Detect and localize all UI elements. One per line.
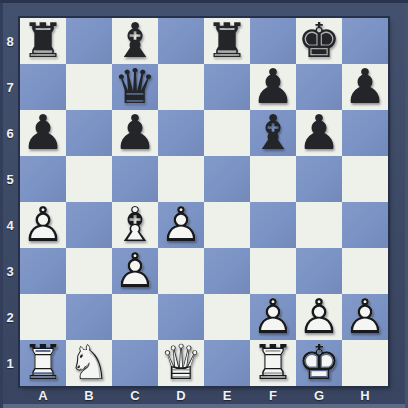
black-piece-body: ♟ — [296, 109, 342, 155]
square-h1[interactable] — [342, 340, 388, 386]
square-e1[interactable] — [204, 340, 250, 386]
piece-white-knight-b1[interactable]: ♞♘ — [66, 340, 112, 386]
square-b3[interactable] — [66, 248, 112, 294]
square-b5[interactable] — [66, 156, 112, 202]
black-piece-body: ♟ — [20, 109, 66, 155]
white-piece-outline: ♖ — [20, 339, 66, 385]
chess-board[interactable]: ♜♝♜♚♛♟♟♟♟♝♟♟♙♝♗♟♙♟♙♟♙♟♙♟♙♜♖♞♘♛♕♜♖♚♔ — [20, 18, 388, 386]
square-b7[interactable] — [66, 64, 112, 110]
piece-black-bishop-f6[interactable]: ♝ — [250, 110, 296, 156]
square-e7[interactable] — [204, 64, 250, 110]
file-labels: ABCDEFGH — [20, 386, 388, 405]
black-piece-body: ♛ — [112, 63, 158, 109]
black-piece-body: ♜ — [20, 17, 66, 63]
square-e8[interactable]: ♜ — [204, 18, 250, 64]
square-c2[interactable] — [112, 294, 158, 340]
square-h4[interactable] — [342, 202, 388, 248]
square-e2[interactable] — [204, 294, 250, 340]
rank-label-7: 7 — [0, 64, 20, 110]
piece-white-pawn-h2[interactable]: ♟♙ — [342, 294, 388, 340]
square-f5[interactable] — [250, 156, 296, 202]
square-e4[interactable] — [204, 202, 250, 248]
white-piece-outline: ♙ — [112, 247, 158, 293]
square-g4[interactable] — [296, 202, 342, 248]
rank-label-1: 1 — [0, 340, 20, 386]
square-f4[interactable] — [250, 202, 296, 248]
piece-black-pawn-a6[interactable]: ♟ — [20, 110, 66, 156]
white-piece-outline: ♙ — [158, 201, 204, 247]
file-label-f: F — [250, 386, 296, 405]
white-piece-outline: ♘ — [66, 339, 112, 385]
square-g8[interactable]: ♚ — [296, 18, 342, 64]
file-label-c: C — [112, 386, 158, 405]
white-piece-outline: ♖ — [250, 339, 296, 385]
square-h6[interactable] — [342, 110, 388, 156]
rank-label-4: 4 — [0, 202, 20, 248]
file-label-e: E — [204, 386, 250, 405]
piece-white-king-g1[interactable]: ♚♔ — [296, 340, 342, 386]
square-c1[interactable] — [112, 340, 158, 386]
piece-white-pawn-d4[interactable]: ♟♙ — [158, 202, 204, 248]
square-d1[interactable]: ♛♕ — [158, 340, 204, 386]
piece-white-rook-a1[interactable]: ♜♖ — [20, 340, 66, 386]
file-label-d: D — [158, 386, 204, 405]
square-e6[interactable] — [204, 110, 250, 156]
piece-black-rook-a8[interactable]: ♜ — [20, 18, 66, 64]
white-piece-outline: ♙ — [342, 293, 388, 339]
piece-black-pawn-c6[interactable]: ♟ — [112, 110, 158, 156]
square-c3[interactable]: ♟♙ — [112, 248, 158, 294]
square-a4[interactable]: ♟♙ — [20, 202, 66, 248]
square-h7[interactable]: ♟ — [342, 64, 388, 110]
square-e5[interactable] — [204, 156, 250, 202]
square-f1[interactable]: ♜♖ — [250, 340, 296, 386]
rank-labels: 87654321 — [0, 18, 20, 386]
file-label-h: H — [342, 386, 388, 405]
rank-label-3: 3 — [0, 248, 20, 294]
white-piece-outline: ♙ — [250, 293, 296, 339]
square-d3[interactable] — [158, 248, 204, 294]
square-a8[interactable]: ♜ — [20, 18, 66, 64]
file-label-b: B — [66, 386, 112, 405]
rank-label-8: 8 — [0, 18, 20, 64]
white-piece-outline: ♙ — [20, 201, 66, 247]
square-b8[interactable] — [66, 18, 112, 64]
black-piece-body: ♜ — [204, 17, 250, 63]
square-a1[interactable]: ♜♖ — [20, 340, 66, 386]
white-piece-outline: ♙ — [296, 293, 342, 339]
square-c6[interactable]: ♟ — [112, 110, 158, 156]
square-e3[interactable] — [204, 248, 250, 294]
rank-label-2: 2 — [0, 294, 20, 340]
piece-white-rook-f1[interactable]: ♜♖ — [250, 340, 296, 386]
black-piece-body: ♚ — [296, 17, 342, 63]
square-b6[interactable] — [66, 110, 112, 156]
white-piece-outline: ♕ — [158, 339, 204, 385]
rank-label-6: 6 — [0, 110, 20, 156]
square-d8[interactable] — [158, 18, 204, 64]
square-d6[interactable] — [158, 110, 204, 156]
piece-black-pawn-g6[interactable]: ♟ — [296, 110, 342, 156]
file-label-a: A — [20, 386, 66, 405]
board-frame: 87654321 ♜♝♜♚♛♟♟♟♟♝♟♟♙♝♗♟♙♟♙♟♙♟♙♟♙♜♖♞♘♛♕… — [0, 0, 408, 408]
square-h2[interactable]: ♟♙ — [342, 294, 388, 340]
black-piece-body: ♝ — [112, 17, 158, 63]
piece-white-pawn-c3[interactable]: ♟♙ — [112, 248, 158, 294]
piece-black-rook-e8[interactable]: ♜ — [204, 18, 250, 64]
black-piece-body: ♝ — [250, 109, 296, 155]
file-label-g: G — [296, 386, 342, 405]
square-a6[interactable]: ♟ — [20, 110, 66, 156]
square-h5[interactable] — [342, 156, 388, 202]
piece-white-queen-d1[interactable]: ♛♕ — [158, 340, 204, 386]
black-piece-body: ♟ — [112, 109, 158, 155]
piece-black-king-g8[interactable]: ♚ — [296, 18, 342, 64]
square-g1[interactable]: ♚♔ — [296, 340, 342, 386]
black-piece-body: ♟ — [250, 63, 296, 109]
square-g5[interactable] — [296, 156, 342, 202]
square-b4[interactable] — [66, 202, 112, 248]
rank-label-5: 5 — [0, 156, 20, 202]
piece-black-pawn-h7[interactable]: ♟ — [342, 64, 388, 110]
square-d4[interactable]: ♟♙ — [158, 202, 204, 248]
square-g6[interactable]: ♟ — [296, 110, 342, 156]
square-a3[interactable] — [20, 248, 66, 294]
white-piece-outline: ♔ — [296, 339, 342, 385]
piece-white-pawn-a4[interactable]: ♟♙ — [20, 202, 66, 248]
square-b1[interactable]: ♞♘ — [66, 340, 112, 386]
square-f6[interactable]: ♝ — [250, 110, 296, 156]
square-d7[interactable] — [158, 64, 204, 110]
black-piece-body: ♟ — [342, 63, 388, 109]
white-piece-outline: ♗ — [112, 201, 158, 247]
